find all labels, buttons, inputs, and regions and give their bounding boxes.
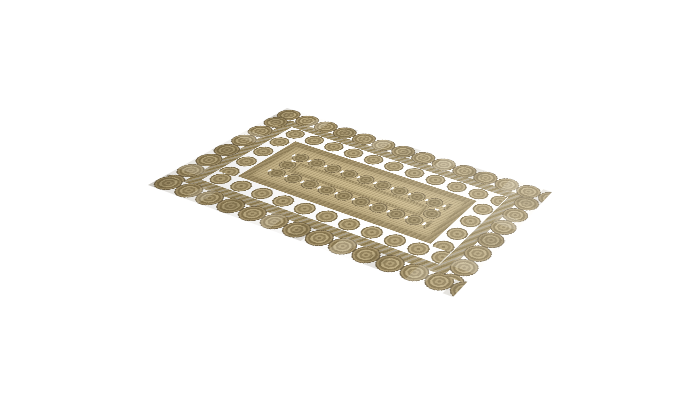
product-photo-canvas — [0, 0, 700, 394]
jute-rug — [148, 108, 552, 297]
